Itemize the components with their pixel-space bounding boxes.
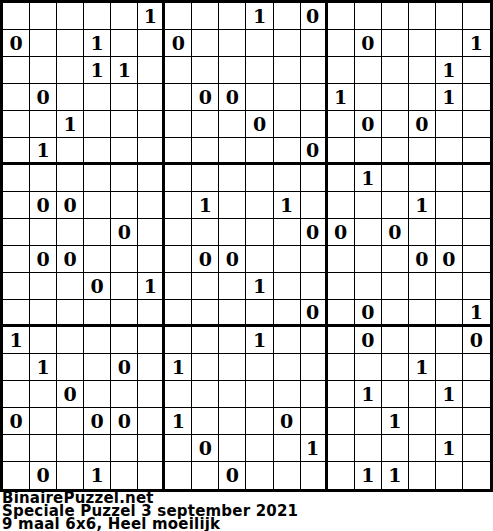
cell-r12c18: 1 bbox=[463, 300, 490, 327]
cell-r14c11[interactable] bbox=[274, 354, 301, 381]
cell-r13c6[interactable] bbox=[138, 327, 165, 354]
cell-r8c7[interactable] bbox=[165, 192, 192, 219]
cell-r17c6[interactable] bbox=[138, 435, 165, 462]
cell-r18c18[interactable] bbox=[463, 462, 490, 489]
cell-r5c6[interactable] bbox=[138, 111, 165, 138]
cell-r3c3[interactable] bbox=[57, 57, 84, 84]
cell-r6c12: 0 bbox=[301, 138, 328, 165]
cell-r18c4: 1 bbox=[84, 462, 111, 489]
cell-r6c6[interactable] bbox=[138, 138, 165, 165]
cell-r11c17[interactable] bbox=[436, 273, 463, 300]
cell-r13c5[interactable] bbox=[111, 327, 138, 354]
cell-r13c3[interactable] bbox=[57, 327, 84, 354]
cell-r4c4[interactable] bbox=[84, 84, 111, 111]
cell-r11c8[interactable] bbox=[192, 273, 219, 300]
cell-r8c4[interactable] bbox=[84, 192, 111, 219]
cell-r1c4[interactable] bbox=[84, 3, 111, 30]
cell-r3c10[interactable] bbox=[246, 57, 273, 84]
cell-r1c15[interactable] bbox=[382, 3, 409, 30]
cell-r4c7[interactable] bbox=[165, 84, 192, 111]
cell-r2c8[interactable] bbox=[192, 30, 219, 57]
cell-r12c11[interactable] bbox=[274, 300, 301, 327]
cell-r5c11[interactable] bbox=[274, 111, 301, 138]
cell-r6c10[interactable] bbox=[246, 138, 273, 165]
cell-r18c12[interactable] bbox=[301, 462, 328, 489]
cell-r6c14[interactable] bbox=[355, 138, 382, 165]
cell-r3c1[interactable] bbox=[3, 57, 30, 84]
cell-r17c3[interactable] bbox=[57, 435, 84, 462]
cell-r16c17[interactable] bbox=[436, 408, 463, 435]
cell-r5c16: 0 bbox=[409, 111, 436, 138]
cell-r11c10: 1 bbox=[246, 273, 273, 300]
cell-r9c8[interactable] bbox=[192, 219, 219, 246]
cell-r9c11[interactable] bbox=[274, 219, 301, 246]
cell-r2c12[interactable] bbox=[301, 30, 328, 57]
cell-r8c2: 0 bbox=[30, 192, 57, 219]
cell-r5c5[interactable] bbox=[111, 111, 138, 138]
cell-r8c14[interactable] bbox=[355, 192, 382, 219]
cell-r14c15[interactable] bbox=[382, 354, 409, 381]
cell-r18c9: 0 bbox=[219, 462, 246, 489]
cell-r16c12[interactable] bbox=[301, 408, 328, 435]
cell-r18c10[interactable] bbox=[246, 462, 273, 489]
cell-r3c8[interactable] bbox=[192, 57, 219, 84]
cell-r15c15[interactable] bbox=[382, 381, 409, 408]
cell-r8c9[interactable] bbox=[219, 192, 246, 219]
cell-r17c15[interactable] bbox=[382, 435, 409, 462]
cell-r14c18[interactable] bbox=[463, 354, 490, 381]
cell-r7c8[interactable] bbox=[192, 165, 219, 192]
cell-r5c18[interactable] bbox=[463, 111, 490, 138]
cell-r7c6[interactable] bbox=[138, 165, 165, 192]
cell-r3c7[interactable] bbox=[165, 57, 192, 84]
cell-r3c2[interactable] bbox=[30, 57, 57, 84]
cell-r10c4[interactable] bbox=[84, 246, 111, 273]
cell-r18c13[interactable] bbox=[328, 462, 355, 489]
cell-r7c15[interactable] bbox=[382, 165, 409, 192]
cell-r6c3[interactable] bbox=[57, 138, 84, 165]
cell-r10c7[interactable] bbox=[165, 246, 192, 273]
cell-r3c18[interactable] bbox=[463, 57, 490, 84]
cell-r1c16[interactable] bbox=[409, 3, 436, 30]
cell-r16c5: 0 bbox=[111, 408, 138, 435]
cell-r17c18[interactable] bbox=[463, 435, 490, 462]
cell-r9c18[interactable] bbox=[463, 219, 490, 246]
cell-r17c11[interactable] bbox=[274, 435, 301, 462]
cell-r7c1[interactable] bbox=[3, 165, 30, 192]
cell-r17c1[interactable] bbox=[3, 435, 30, 462]
cell-r4c18[interactable] bbox=[463, 84, 490, 111]
cell-r12c3[interactable] bbox=[57, 300, 84, 327]
cell-r18c1[interactable] bbox=[3, 462, 30, 489]
cell-r12c5[interactable] bbox=[111, 300, 138, 327]
cell-r12c9[interactable] bbox=[219, 300, 246, 327]
cell-r18c14: 1 bbox=[355, 462, 382, 489]
cell-r8c8: 1 bbox=[192, 192, 219, 219]
cell-r11c13[interactable] bbox=[328, 273, 355, 300]
cell-r14c10[interactable] bbox=[246, 354, 273, 381]
cell-r18c15: 1 bbox=[382, 462, 409, 489]
cell-r6c4[interactable] bbox=[84, 138, 111, 165]
cell-r11c14[interactable] bbox=[355, 273, 382, 300]
cell-r2c2[interactable] bbox=[30, 30, 57, 57]
cell-r5c17[interactable] bbox=[436, 111, 463, 138]
cell-r11c6: 1 bbox=[138, 273, 165, 300]
cell-r11c11[interactable] bbox=[274, 273, 301, 300]
cell-r15c14: 1 bbox=[355, 381, 382, 408]
cell-r3c6[interactable] bbox=[138, 57, 165, 84]
cell-r3c15[interactable] bbox=[382, 57, 409, 84]
cell-r15c6[interactable] bbox=[138, 381, 165, 408]
cell-r14c14[interactable] bbox=[355, 354, 382, 381]
cell-r18c8[interactable] bbox=[192, 462, 219, 489]
cell-r11c12[interactable] bbox=[301, 273, 328, 300]
cell-r15c4[interactable] bbox=[84, 381, 111, 408]
cell-r15c11[interactable] bbox=[274, 381, 301, 408]
cell-r16c2[interactable] bbox=[30, 408, 57, 435]
cell-r10c15[interactable] bbox=[382, 246, 409, 273]
cell-r15c13[interactable] bbox=[328, 381, 355, 408]
cell-r4c15[interactable] bbox=[382, 84, 409, 111]
cell-r11c18[interactable] bbox=[463, 273, 490, 300]
cell-r9c14[interactable] bbox=[355, 219, 382, 246]
cell-r8c17[interactable] bbox=[436, 192, 463, 219]
cell-r9c6[interactable] bbox=[138, 219, 165, 246]
cell-r5c15[interactable] bbox=[382, 111, 409, 138]
cell-r5c2[interactable] bbox=[30, 111, 57, 138]
cell-r18c7[interactable] bbox=[165, 462, 192, 489]
cell-r11c4: 0 bbox=[84, 273, 111, 300]
cell-r7c9[interactable] bbox=[219, 165, 246, 192]
cell-r12c4[interactable] bbox=[84, 300, 111, 327]
cell-r1c11[interactable] bbox=[274, 3, 301, 30]
cell-r11c15[interactable] bbox=[382, 273, 409, 300]
cell-r4c9: 0 bbox=[219, 84, 246, 111]
cell-r15c16[interactable] bbox=[409, 381, 436, 408]
cell-r15c7[interactable] bbox=[165, 381, 192, 408]
cell-r13c13[interactable] bbox=[328, 327, 355, 354]
cell-r1c8[interactable] bbox=[192, 3, 219, 30]
cell-r3c17: 1 bbox=[436, 57, 463, 84]
cell-r12c2[interactable] bbox=[30, 300, 57, 327]
cell-r8c5[interactable] bbox=[111, 192, 138, 219]
cell-r18c11[interactable] bbox=[274, 462, 301, 489]
cell-r4c14[interactable] bbox=[355, 84, 382, 111]
cell-r3c13[interactable] bbox=[328, 57, 355, 84]
cell-r16c7: 1 bbox=[165, 408, 192, 435]
cell-r17c10[interactable] bbox=[246, 435, 273, 462]
cell-r18c3[interactable] bbox=[57, 462, 84, 489]
cell-r15c5[interactable] bbox=[111, 381, 138, 408]
cell-r13c17[interactable] bbox=[436, 327, 463, 354]
cell-r12c13[interactable] bbox=[328, 300, 355, 327]
cell-r14c2: 1 bbox=[30, 354, 57, 381]
cell-r17c16[interactable] bbox=[409, 435, 436, 462]
cell-r5c10: 0 bbox=[246, 111, 273, 138]
cell-r14c6[interactable] bbox=[138, 354, 165, 381]
cell-r7c13[interactable] bbox=[328, 165, 355, 192]
cell-r15c17: 1 bbox=[436, 381, 463, 408]
cell-r9c3[interactable] bbox=[57, 219, 84, 246]
cell-r18c17[interactable] bbox=[436, 462, 463, 489]
cell-r10c16: 0 bbox=[409, 246, 436, 273]
cell-r12c1[interactable] bbox=[3, 300, 30, 327]
cell-r2c9[interactable] bbox=[219, 30, 246, 57]
cell-r14c16: 1 bbox=[409, 354, 436, 381]
cell-r10c11[interactable] bbox=[274, 246, 301, 273]
cell-r14c8[interactable] bbox=[192, 354, 219, 381]
cell-r17c14[interactable] bbox=[355, 435, 382, 462]
cell-r10c3: 0 bbox=[57, 246, 84, 273]
cell-r15c9[interactable] bbox=[219, 381, 246, 408]
cell-r16c14[interactable] bbox=[355, 408, 382, 435]
cell-r11c3[interactable] bbox=[57, 273, 84, 300]
cell-r6c11[interactable] bbox=[274, 138, 301, 165]
cell-r3c5: 1 bbox=[111, 57, 138, 84]
cell-r13c7[interactable] bbox=[165, 327, 192, 354]
cell-r9c7[interactable] bbox=[165, 219, 192, 246]
cell-r6c5[interactable] bbox=[111, 138, 138, 165]
cell-r14c17[interactable] bbox=[436, 354, 463, 381]
cell-r5c1[interactable] bbox=[3, 111, 30, 138]
cell-r2c11[interactable] bbox=[274, 30, 301, 57]
cell-r16c3[interactable] bbox=[57, 408, 84, 435]
cell-r13c9[interactable] bbox=[219, 327, 246, 354]
cell-r6c18[interactable] bbox=[463, 138, 490, 165]
cell-r7c10[interactable] bbox=[246, 165, 273, 192]
cell-r15c1[interactable] bbox=[3, 381, 30, 408]
cell-r14c9[interactable] bbox=[219, 354, 246, 381]
cell-r2c6[interactable] bbox=[138, 30, 165, 57]
cell-r3c11[interactable] bbox=[274, 57, 301, 84]
cell-r17c13[interactable] bbox=[328, 435, 355, 462]
cell-r11c5[interactable] bbox=[111, 273, 138, 300]
cell-r14c1[interactable] bbox=[3, 354, 30, 381]
cell-r7c11[interactable] bbox=[274, 165, 301, 192]
cell-r10c6[interactable] bbox=[138, 246, 165, 273]
cell-r3c16[interactable] bbox=[409, 57, 436, 84]
cell-r9c15: 0 bbox=[382, 219, 409, 246]
cell-r15c18[interactable] bbox=[463, 381, 490, 408]
cell-r18c5[interactable] bbox=[111, 462, 138, 489]
cell-r6c7[interactable] bbox=[165, 138, 192, 165]
cell-r16c16[interactable] bbox=[409, 408, 436, 435]
cell-r13c4[interactable] bbox=[84, 327, 111, 354]
cell-r7c2[interactable] bbox=[30, 165, 57, 192]
cell-r2c3[interactable] bbox=[57, 30, 84, 57]
cell-r13c2[interactable] bbox=[30, 327, 57, 354]
cell-r18c6[interactable] bbox=[138, 462, 165, 489]
cell-r11c2[interactable] bbox=[30, 273, 57, 300]
cell-r12c10[interactable] bbox=[246, 300, 273, 327]
cell-r2c10[interactable] bbox=[246, 30, 273, 57]
cell-r16c10[interactable] bbox=[246, 408, 273, 435]
cell-r9c17[interactable] bbox=[436, 219, 463, 246]
cell-r9c2[interactable] bbox=[30, 219, 57, 246]
cell-r6c15[interactable] bbox=[382, 138, 409, 165]
cell-r8c13[interactable] bbox=[328, 192, 355, 219]
cell-r9c16[interactable] bbox=[409, 219, 436, 246]
cell-r16c18[interactable] bbox=[463, 408, 490, 435]
cell-r11c1[interactable] bbox=[3, 273, 30, 300]
cell-r9c4[interactable] bbox=[84, 219, 111, 246]
cell-r2c17[interactable] bbox=[436, 30, 463, 57]
cell-r13c10: 1 bbox=[246, 327, 273, 354]
cell-r7c16[interactable] bbox=[409, 165, 436, 192]
cell-r1c10: 1 bbox=[246, 3, 273, 30]
cell-r7c17[interactable] bbox=[436, 165, 463, 192]
cell-r10c18[interactable] bbox=[463, 246, 490, 273]
cell-r1c3[interactable] bbox=[57, 3, 84, 30]
cell-r9c5: 0 bbox=[111, 219, 138, 246]
cell-r7c7[interactable] bbox=[165, 165, 192, 192]
cell-r12c15[interactable] bbox=[382, 300, 409, 327]
cell-r13c1: 1 bbox=[3, 327, 30, 354]
cell-r4c12[interactable] bbox=[301, 84, 328, 111]
cell-r5c4[interactable] bbox=[84, 111, 111, 138]
cell-r16c8[interactable] bbox=[192, 408, 219, 435]
cell-r1c12: 0 bbox=[301, 3, 328, 30]
cell-r3c12[interactable] bbox=[301, 57, 328, 84]
cell-r16c13[interactable] bbox=[328, 408, 355, 435]
cell-r6c17[interactable] bbox=[436, 138, 463, 165]
cell-r1c14[interactable] bbox=[355, 3, 382, 30]
cell-r17c8: 0 bbox=[192, 435, 219, 462]
cell-r5c7[interactable] bbox=[165, 111, 192, 138]
cell-r10c10[interactable] bbox=[246, 246, 273, 273]
cell-r7c3[interactable] bbox=[57, 165, 84, 192]
cell-r8c3: 0 bbox=[57, 192, 84, 219]
cell-r6c1[interactable] bbox=[3, 138, 30, 165]
puzzle-grid: 1100100111100011100010100111000000000001… bbox=[3, 3, 490, 489]
cell-r1c1[interactable] bbox=[3, 3, 30, 30]
cell-r3c4: 1 bbox=[84, 57, 111, 84]
cell-r6c13[interactable] bbox=[328, 138, 355, 165]
cell-r17c7[interactable] bbox=[165, 435, 192, 462]
cell-r5c8[interactable] bbox=[192, 111, 219, 138]
cell-r15c12[interactable] bbox=[301, 381, 328, 408]
cell-r1c5[interactable] bbox=[111, 3, 138, 30]
cell-r18c16[interactable] bbox=[409, 462, 436, 489]
cell-r7c4[interactable] bbox=[84, 165, 111, 192]
cell-r8c10[interactable] bbox=[246, 192, 273, 219]
cell-r11c7[interactable] bbox=[165, 273, 192, 300]
cell-r16c4: 0 bbox=[84, 408, 111, 435]
cell-r17c2[interactable] bbox=[30, 435, 57, 462]
cell-r12c6[interactable] bbox=[138, 300, 165, 327]
cell-r1c13[interactable] bbox=[328, 3, 355, 30]
cell-r13c12[interactable] bbox=[301, 327, 328, 354]
cell-r14c7: 1 bbox=[165, 354, 192, 381]
cell-r2c13[interactable] bbox=[328, 30, 355, 57]
cell-r7c5[interactable] bbox=[111, 165, 138, 192]
cell-r6c16[interactable] bbox=[409, 138, 436, 165]
cell-r11c9[interactable] bbox=[219, 273, 246, 300]
cell-r11c16[interactable] bbox=[409, 273, 436, 300]
cell-r5c9[interactable] bbox=[219, 111, 246, 138]
cell-r7c18[interactable] bbox=[463, 165, 490, 192]
cell-r17c9[interactable] bbox=[219, 435, 246, 462]
cell-r1c9[interactable] bbox=[219, 3, 246, 30]
cell-r12c17[interactable] bbox=[436, 300, 463, 327]
cell-r3c14[interactable] bbox=[355, 57, 382, 84]
cell-r4c17: 1 bbox=[436, 84, 463, 111]
cell-r10c5[interactable] bbox=[111, 246, 138, 273]
cell-r1c17[interactable] bbox=[436, 3, 463, 30]
cell-r8c6[interactable] bbox=[138, 192, 165, 219]
cell-r4c1[interactable] bbox=[3, 84, 30, 111]
cell-r16c6[interactable] bbox=[138, 408, 165, 435]
cell-r12c8[interactable] bbox=[192, 300, 219, 327]
cell-r10c14[interactable] bbox=[355, 246, 382, 273]
cell-r9c1[interactable] bbox=[3, 219, 30, 246]
cell-r8c18[interactable] bbox=[463, 192, 490, 219]
cell-r15c10[interactable] bbox=[246, 381, 273, 408]
cell-r13c8[interactable] bbox=[192, 327, 219, 354]
cell-r12c7[interactable] bbox=[165, 300, 192, 327]
cell-r4c6[interactable] bbox=[138, 84, 165, 111]
cell-r12c14: 0 bbox=[355, 300, 382, 327]
cell-r14c4[interactable] bbox=[84, 354, 111, 381]
cell-r10c12[interactable] bbox=[301, 246, 328, 273]
cell-r5c12[interactable] bbox=[301, 111, 328, 138]
puzzle-board: 1100100111100011100010100111000000000001… bbox=[0, 0, 493, 492]
cell-r2c15[interactable] bbox=[382, 30, 409, 57]
cell-r13c16[interactable] bbox=[409, 327, 436, 354]
cell-r6c8[interactable] bbox=[192, 138, 219, 165]
cell-r15c2[interactable] bbox=[30, 381, 57, 408]
cell-r13c14: 0 bbox=[355, 327, 382, 354]
cell-r4c5[interactable] bbox=[111, 84, 138, 111]
cell-r12c16[interactable] bbox=[409, 300, 436, 327]
cell-r8c15[interactable] bbox=[382, 192, 409, 219]
cell-r4c2: 0 bbox=[30, 84, 57, 111]
cell-r1c2[interactable] bbox=[30, 3, 57, 30]
cell-r9c9[interactable] bbox=[219, 219, 246, 246]
cell-r6c9[interactable] bbox=[219, 138, 246, 165]
cell-r5c13[interactable] bbox=[328, 111, 355, 138]
cell-r2c5[interactable] bbox=[111, 30, 138, 57]
cell-r8c12[interactable] bbox=[301, 192, 328, 219]
cell-r17c4[interactable] bbox=[84, 435, 111, 462]
cell-r10c8: 0 bbox=[192, 246, 219, 273]
cell-r7c14: 1 bbox=[355, 165, 382, 192]
cell-r8c1[interactable] bbox=[3, 192, 30, 219]
cell-r14c12[interactable] bbox=[301, 354, 328, 381]
cell-r2c16[interactable] bbox=[409, 30, 436, 57]
cell-r10c13[interactable] bbox=[328, 246, 355, 273]
cell-r13c15[interactable] bbox=[382, 327, 409, 354]
cell-r4c11[interactable] bbox=[274, 84, 301, 111]
cell-r1c18[interactable] bbox=[463, 3, 490, 30]
cell-r14c3[interactable] bbox=[57, 354, 84, 381]
cell-r4c10[interactable] bbox=[246, 84, 273, 111]
cell-r13c18: 0 bbox=[463, 327, 490, 354]
cell-r13c11[interactable] bbox=[274, 327, 301, 354]
cell-r4c3[interactable] bbox=[57, 84, 84, 111]
cell-r3c9[interactable] bbox=[219, 57, 246, 84]
cell-r9c10[interactable] bbox=[246, 219, 273, 246]
cell-r14c13[interactable] bbox=[328, 354, 355, 381]
cell-r10c1[interactable] bbox=[3, 246, 30, 273]
cell-r17c5[interactable] bbox=[111, 435, 138, 462]
cell-r15c8[interactable] bbox=[192, 381, 219, 408]
cell-r4c16[interactable] bbox=[409, 84, 436, 111]
cell-r4c8: 0 bbox=[192, 84, 219, 111]
cell-r7c12[interactable] bbox=[301, 165, 328, 192]
cell-r16c9[interactable] bbox=[219, 408, 246, 435]
cell-r1c7[interactable] bbox=[165, 3, 192, 30]
